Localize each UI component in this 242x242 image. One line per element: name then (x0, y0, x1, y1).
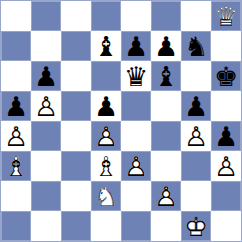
black-pawn-glyph: ♟ (151, 31, 181, 61)
white-bishop-piece: ♝♗ (91, 151, 121, 181)
white-bishop-glyph: ♝ (1, 151, 31, 181)
square-e8[interactable] (121, 1, 151, 31)
square-e3[interactable]: ♟♙ (121, 151, 151, 181)
black-pawn-glyph: ♟ (211, 121, 241, 151)
square-b3[interactable] (31, 151, 61, 181)
square-e1[interactable] (121, 211, 151, 241)
square-d8[interactable] (91, 1, 121, 31)
square-g5[interactable]: ♟ (181, 91, 211, 121)
black-king-glyph: ♚ (211, 61, 241, 91)
square-d6[interactable] (91, 61, 121, 91)
square-c7[interactable] (61, 31, 91, 61)
square-b1[interactable] (31, 211, 61, 241)
white-king-outline: ♔ (181, 211, 211, 241)
square-d2[interactable]: ♞♘ (91, 181, 121, 211)
white-pawn-piece: ♟♙ (121, 151, 151, 181)
square-c4[interactable] (61, 121, 91, 151)
square-a1[interactable] (1, 211, 31, 241)
black-pawn-piece: ♟ (151, 31, 181, 61)
white-pawn-outline: ♙ (151, 181, 181, 211)
white-knight-piece: ♞♘ (91, 181, 121, 211)
square-c5[interactable] (61, 91, 91, 121)
white-queen-piece: ♛♕ (211, 1, 241, 31)
square-a2[interactable] (1, 181, 31, 211)
square-h4[interactable]: ♟ (211, 121, 241, 151)
white-pawn-glyph: ♟ (91, 121, 121, 151)
square-h7[interactable] (211, 31, 241, 61)
square-b8[interactable] (31, 1, 61, 31)
black-pawn-piece: ♟ (121, 31, 151, 61)
square-g3[interactable] (181, 151, 211, 181)
square-d5[interactable]: ♟ (91, 91, 121, 121)
square-a6[interactable] (1, 61, 31, 91)
square-c2[interactable] (61, 181, 91, 211)
white-knight-outline: ♘ (91, 181, 121, 211)
black-bishop-glyph: ♝ (91, 31, 121, 61)
white-king-piece: ♚♔ (181, 211, 211, 241)
white-pawn-outline: ♙ (181, 121, 211, 151)
white-pawn-glyph: ♟ (211, 151, 241, 181)
white-pawn-outline: ♙ (211, 151, 241, 181)
square-g4[interactable]: ♟♙ (181, 121, 211, 151)
white-pawn-glyph: ♟ (121, 151, 151, 181)
white-pawn-piece: ♟♙ (181, 121, 211, 151)
black-king-piece: ♚ (211, 61, 241, 91)
white-pawn-piece: ♟♙ (91, 121, 121, 151)
square-b5[interactable]: ♟♙ (31, 91, 61, 121)
white-bishop-outline: ♗ (91, 151, 121, 181)
square-f6[interactable]: ♝ (151, 61, 181, 91)
white-pawn-glyph: ♟ (31, 91, 61, 121)
square-d4[interactable]: ♟♙ (91, 121, 121, 151)
black-pawn-piece: ♟ (31, 61, 61, 91)
black-pawn-piece: ♟ (91, 91, 121, 121)
square-e5[interactable] (121, 91, 151, 121)
square-e7[interactable]: ♟ (121, 31, 151, 61)
square-e2[interactable] (121, 181, 151, 211)
square-f1[interactable] (151, 211, 181, 241)
chess-board: ♛♕♝♟♟♞♟♛♝♚♟♟♙♟♟♟♙♟♙♟♙♟♝♗♝♗♟♙♟♙♞♘♟♙♚♔ (0, 0, 242, 242)
square-a7[interactable] (1, 31, 31, 61)
square-a5[interactable]: ♟ (1, 91, 31, 121)
square-h3[interactable]: ♟♙ (211, 151, 241, 181)
square-b4[interactable] (31, 121, 61, 151)
square-h5[interactable] (211, 91, 241, 121)
square-g7[interactable]: ♞ (181, 31, 211, 61)
white-pawn-glyph: ♟ (1, 121, 31, 151)
white-pawn-glyph: ♟ (181, 121, 211, 151)
black-bishop-glyph: ♝ (151, 61, 181, 91)
black-knight-glyph: ♞ (181, 31, 211, 61)
white-knight-glyph: ♞ (91, 181, 121, 211)
square-d1[interactable] (91, 211, 121, 241)
black-pawn-glyph: ♟ (121, 31, 151, 61)
square-g6[interactable] (181, 61, 211, 91)
white-pawn-piece: ♟♙ (1, 121, 31, 151)
white-pawn-outline: ♙ (1, 121, 31, 151)
black-queen-piece: ♛ (121, 61, 151, 91)
square-a3[interactable]: ♝♗ (1, 151, 31, 181)
white-pawn-piece: ♟♙ (211, 151, 241, 181)
black-pawn-piece: ♟ (211, 121, 241, 151)
white-pawn-outline: ♙ (31, 91, 61, 121)
square-d3[interactable]: ♝♗ (91, 151, 121, 181)
square-h2[interactable] (211, 181, 241, 211)
square-f7[interactable]: ♟ (151, 31, 181, 61)
white-pawn-outline: ♙ (91, 121, 121, 151)
square-e6[interactable]: ♛ (121, 61, 151, 91)
square-b7[interactable] (31, 31, 61, 61)
square-a8[interactable] (1, 1, 31, 31)
white-pawn-outline: ♙ (121, 151, 151, 181)
square-h1[interactable] (211, 211, 241, 241)
black-bishop-piece: ♝ (151, 61, 181, 91)
square-d7[interactable]: ♝ (91, 31, 121, 61)
square-c3[interactable] (61, 151, 91, 181)
square-f2[interactable]: ♟♙ (151, 181, 181, 211)
square-a4[interactable]: ♟♙ (1, 121, 31, 151)
square-f5[interactable] (151, 91, 181, 121)
square-f4[interactable] (151, 121, 181, 151)
black-pawn-piece: ♟ (1, 91, 31, 121)
black-pawn-piece: ♟ (181, 91, 211, 121)
square-g8[interactable] (181, 1, 211, 31)
white-queen-glyph: ♛ (211, 1, 241, 31)
black-bishop-piece: ♝ (91, 31, 121, 61)
white-bishop-outline: ♗ (1, 151, 31, 181)
black-pawn-glyph: ♟ (31, 61, 61, 91)
white-queen-outline: ♕ (211, 1, 241, 31)
black-queen-glyph: ♛ (121, 61, 151, 91)
square-b6[interactable]: ♟ (31, 61, 61, 91)
square-c1[interactable] (61, 211, 91, 241)
square-h8[interactable]: ♛♕ (211, 1, 241, 31)
black-pawn-glyph: ♟ (181, 91, 211, 121)
white-bishop-piece: ♝♗ (1, 151, 31, 181)
white-pawn-glyph: ♟ (151, 181, 181, 211)
white-pawn-piece: ♟♙ (31, 91, 61, 121)
black-knight-piece: ♞ (181, 31, 211, 61)
black-pawn-glyph: ♟ (91, 91, 121, 121)
square-g1[interactable]: ♚♔ (181, 211, 211, 241)
square-h6[interactable]: ♚ (211, 61, 241, 91)
square-f8[interactable] (151, 1, 181, 31)
white-pawn-piece: ♟♙ (151, 181, 181, 211)
white-bishop-glyph: ♝ (91, 151, 121, 181)
square-g2[interactable] (181, 181, 211, 211)
white-king-glyph: ♚ (181, 211, 211, 241)
square-e4[interactable] (121, 121, 151, 151)
square-c8[interactable] (61, 1, 91, 31)
black-pawn-glyph: ♟ (1, 91, 31, 121)
square-f3[interactable] (151, 151, 181, 181)
square-c6[interactable] (61, 61, 91, 91)
square-b2[interactable] (31, 181, 61, 211)
